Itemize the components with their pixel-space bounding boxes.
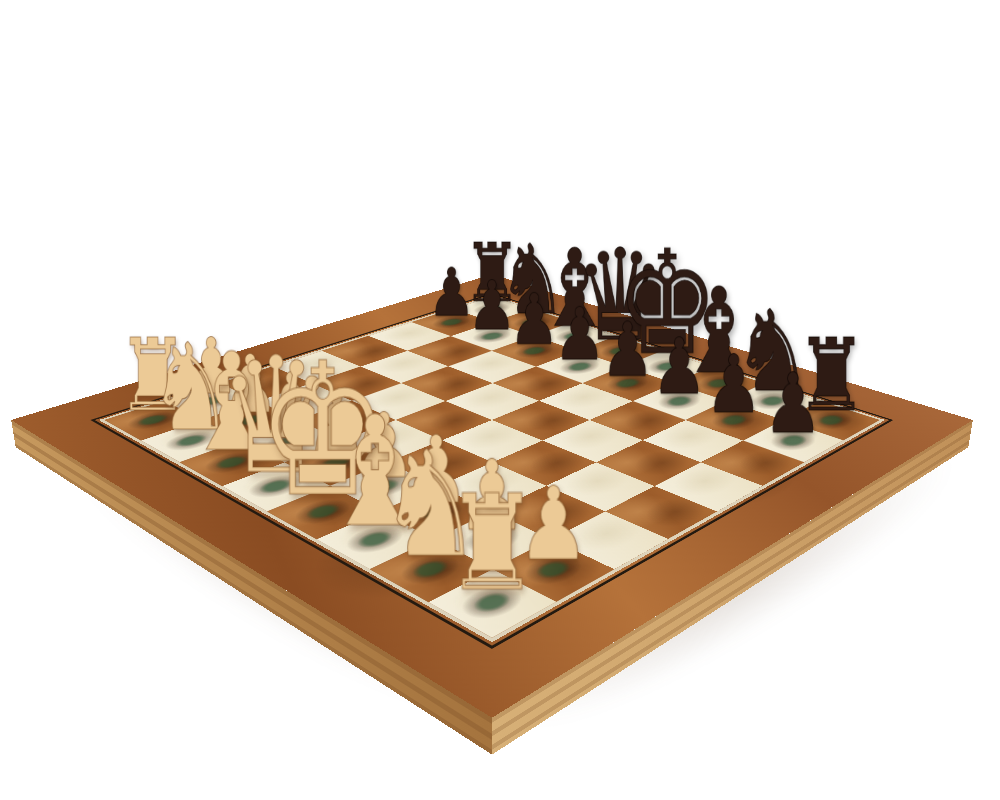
chess-board: ♜♟♟♜♞♟♟♞♝♟♟♝♛♟♟♛♚♟♟♚♝♟♟♝♞♟♟♞♜♟♟♜ (11, 274, 973, 717)
piece-black-pawn[interactable]: ♟ (705, 345, 762, 425)
board-frame: ♜♟♟♜♞♟♟♞♝♟♟♝♛♟♟♛♚♟♟♚♝♟♟♝♞♟♟♞♜♟♟♜ (11, 274, 973, 717)
piece-black-pawn[interactable]: ♟ (554, 298, 606, 370)
product-photo-canvas: Wooden Staunton chess set at the startin… (0, 0, 1000, 800)
piece-black-pawn[interactable]: ♟ (509, 285, 559, 355)
square-h1[interactable]: ♜ (428, 569, 556, 638)
squares-grid: ♜♟♟♜♞♟♟♞♝♟♟♝♛♟♟♛♚♟♟♚♝♟♟♝♞♟♟♞♜♟♟♜ (105, 297, 880, 638)
piece-black-pawn[interactable]: ♟ (763, 363, 822, 446)
piece-black-pawn[interactable]: ♟ (652, 328, 707, 405)
piece-black-pawn[interactable]: ♟ (601, 313, 655, 388)
piece-white-rook[interactable]: ♜ (445, 478, 540, 610)
scene: ♜♟♟♜♞♟♟♞♝♟♟♝♛♟♟♛♚♟♟♚♝♟♟♝♞♟♟♞♜♟♟♜ (0, 0, 1000, 800)
